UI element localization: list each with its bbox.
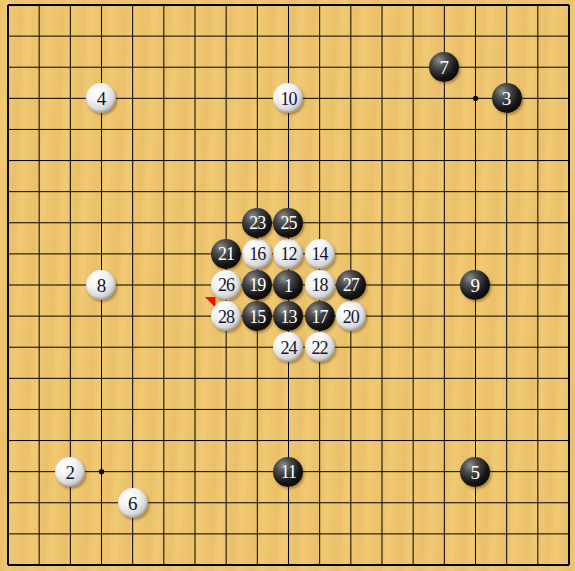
stones-layer: 1234567891011121314151617181920212223242… [0, 0, 575, 571]
go-board[interactable]: 1234567891011121314151617181920212223242… [0, 0, 575, 571]
stone-20: 20 [336, 301, 366, 331]
stone-15: 15 [242, 301, 272, 331]
stone-25: 25 [273, 208, 303, 238]
stone-11: 11 [273, 457, 303, 487]
stone-27: 27 [336, 270, 366, 300]
stone-1: 1 [273, 270, 303, 300]
stone-13: 13 [273, 301, 303, 331]
stone-7: 7 [429, 52, 459, 82]
stone-2: 2 [55, 457, 85, 487]
stone-4: 4 [86, 83, 116, 113]
stone-21: 21 [211, 239, 241, 269]
stone-3: 3 [492, 83, 522, 113]
stone-12: 12 [273, 239, 303, 269]
stone-19: 19 [242, 270, 272, 300]
stone-5: 5 [460, 457, 490, 487]
stone-18: 18 [305, 270, 335, 300]
stone-6: 6 [118, 488, 148, 518]
stone-26: 26 [211, 270, 241, 300]
stone-14: 14 [305, 239, 335, 269]
stone-17: 17 [305, 301, 335, 331]
stone-24: 24 [273, 332, 303, 362]
stone-23: 23 [242, 208, 272, 238]
stone-28: 28 [211, 301, 241, 331]
stone-8: 8 [86, 270, 116, 300]
stone-9: 9 [460, 270, 490, 300]
stone-16: 16 [242, 239, 272, 269]
stone-10: 10 [273, 83, 303, 113]
stone-22: 22 [305, 332, 335, 362]
